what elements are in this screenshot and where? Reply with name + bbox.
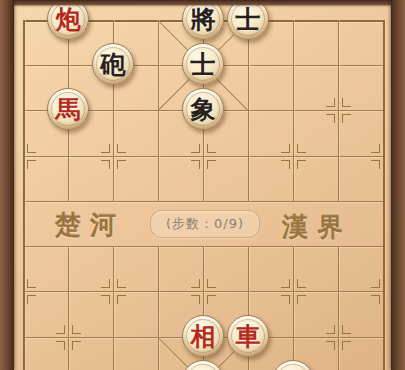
piece-glyph: 炮 xyxy=(56,7,81,32)
grid-line-file-1 xyxy=(68,246,69,370)
point-marker xyxy=(191,279,200,288)
point-marker xyxy=(101,279,110,288)
point-marker xyxy=(371,279,380,288)
piece-cutoff-piece[interactable] xyxy=(272,360,314,370)
point-marker xyxy=(326,114,335,123)
grid-line-file-7 xyxy=(338,246,339,370)
point-marker xyxy=(281,295,290,304)
point-marker xyxy=(207,144,216,153)
point-marker xyxy=(326,98,335,107)
grid-line-file-7 xyxy=(338,20,339,201)
piece-glyph: 象 xyxy=(191,97,216,122)
point-marker xyxy=(207,160,216,169)
point-marker xyxy=(191,144,200,153)
board-frame-top xyxy=(0,0,405,5)
piece-red-horse[interactable]: 馬 xyxy=(47,88,89,130)
piece-glyph: 士 xyxy=(236,7,261,32)
piece-black-general[interactable]: 將 xyxy=(182,0,224,40)
piece-glyph: 馬 xyxy=(56,97,81,122)
piece-glyph: 車 xyxy=(236,324,261,349)
piece-cutoff-piece[interactable] xyxy=(182,360,224,370)
point-marker xyxy=(27,144,36,153)
grid-line-file-6 xyxy=(293,20,294,201)
point-marker xyxy=(371,160,380,169)
point-marker xyxy=(342,98,351,107)
piece-red-chariot[interactable]: 車 xyxy=(227,315,269,357)
board-frame-left xyxy=(0,0,14,370)
point-marker xyxy=(297,295,306,304)
river-label-chu-he: 楚河 xyxy=(35,208,145,243)
step-counter-text: (步数：0/9) xyxy=(166,215,244,233)
point-marker xyxy=(281,160,290,169)
point-marker xyxy=(117,295,126,304)
grid-line-file-0 xyxy=(23,20,25,370)
point-marker xyxy=(191,295,200,304)
grid-line-file-3 xyxy=(158,246,159,370)
point-marker xyxy=(101,144,110,153)
xiangqi-app: 炮將士砲士馬象相車 楚河 漢界 (步数：0/9) xyxy=(0,0,405,370)
point-marker xyxy=(281,279,290,288)
grid-line-file-6 xyxy=(293,246,294,370)
piece-glyph: 將 xyxy=(191,7,216,32)
river-label-han-jie: 漢界 xyxy=(262,210,372,245)
point-marker xyxy=(371,144,380,153)
point-marker xyxy=(72,325,81,334)
point-marker xyxy=(27,295,36,304)
piece-black-advisor[interactable]: 士 xyxy=(227,0,269,40)
point-marker xyxy=(117,279,126,288)
xiangqi-board[interactable]: 炮將士砲士馬象相車 xyxy=(0,0,405,370)
grid-line-file-2 xyxy=(113,246,114,370)
piece-glyph: 士 xyxy=(191,52,216,77)
point-marker xyxy=(117,144,126,153)
point-marker xyxy=(342,114,351,123)
grid-line-file-5 xyxy=(248,20,249,201)
point-marker xyxy=(342,325,351,334)
grid-line-rank-4 xyxy=(23,201,383,202)
point-marker xyxy=(342,341,351,350)
point-marker xyxy=(101,160,110,169)
point-marker xyxy=(56,325,65,334)
piece-red-cannon[interactable]: 炮 xyxy=(47,0,89,40)
piece-glyph: 砲 xyxy=(101,52,126,77)
point-marker xyxy=(297,160,306,169)
point-marker xyxy=(101,295,110,304)
point-marker xyxy=(207,295,216,304)
point-marker xyxy=(371,295,380,304)
point-marker xyxy=(326,341,335,350)
point-marker xyxy=(297,279,306,288)
point-marker xyxy=(27,279,36,288)
point-marker xyxy=(56,341,65,350)
piece-red-elephant[interactable]: 相 xyxy=(182,315,224,357)
point-marker xyxy=(207,279,216,288)
point-marker xyxy=(281,144,290,153)
point-marker xyxy=(72,341,81,350)
point-marker xyxy=(117,160,126,169)
point-marker xyxy=(191,160,200,169)
point-marker xyxy=(27,160,36,169)
grid-line-file-8 xyxy=(383,20,385,370)
piece-black-cannon[interactable]: 砲 xyxy=(92,43,134,85)
piece-black-elephant[interactable]: 象 xyxy=(182,88,224,130)
piece-black-advisor[interactable]: 士 xyxy=(182,43,224,85)
step-counter-badge: (步数：0/9) xyxy=(150,210,260,238)
point-marker xyxy=(326,325,335,334)
board-frame-right xyxy=(391,0,405,370)
point-marker xyxy=(297,144,306,153)
piece-glyph: 相 xyxy=(191,324,216,349)
